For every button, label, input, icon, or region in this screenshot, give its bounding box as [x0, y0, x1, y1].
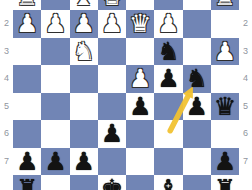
black-knight-icon[interactable]: ♞: [183, 65, 211, 93]
square-h8[interactable]: ♜: [13, 175, 41, 190]
chess-board: ♜♝♚♜♟♟♟♟♛♟♞♞♟♟♟♞♟♟♛♟♟♟♟♟♜♚♝♜: [13, 0, 239, 190]
square-a8[interactable]: ♜: [211, 175, 239, 190]
square-e2[interactable]: ♟: [98, 10, 126, 38]
square-a6[interactable]: [211, 120, 239, 148]
square-a1[interactable]: ♜: [211, 0, 239, 10]
white-queen-icon[interactable]: ♛: [126, 10, 154, 38]
white-knight-icon[interactable]: ♞: [70, 38, 98, 66]
square-d4[interactable]: ♟: [126, 65, 154, 93]
square-g4[interactable]: [41, 65, 69, 93]
square-d2[interactable]: ♛: [126, 10, 154, 38]
square-f8[interactable]: [70, 175, 98, 190]
square-e5[interactable]: [98, 93, 126, 121]
black-knight-icon[interactable]: ♞: [154, 38, 182, 66]
white-pawn-icon[interactable]: ♟: [154, 10, 182, 38]
square-g2[interactable]: ♟: [41, 10, 69, 38]
black-pawn-icon[interactable]: ♟: [41, 148, 69, 176]
square-g8[interactable]: [41, 175, 69, 190]
black-pawn-icon[interactable]: ♟: [126, 93, 154, 121]
square-b7[interactable]: [183, 148, 211, 176]
square-g6[interactable]: [41, 120, 69, 148]
rank-label-right-4: 4: [239, 73, 252, 84]
white-pawn-icon[interactable]: ♟: [70, 10, 98, 38]
rank-label-left-5: 5: [0, 101, 13, 112]
rank-label-right-6: 6: [239, 128, 252, 139]
square-c7[interactable]: [154, 148, 182, 176]
black-pawn-icon[interactable]: ♟: [98, 120, 126, 148]
square-f3[interactable]: ♞: [70, 38, 98, 66]
white-rook-icon[interactable]: ♜: [211, 0, 239, 10]
square-h7[interactable]: ♟: [13, 148, 41, 176]
square-b6[interactable]: [183, 120, 211, 148]
black-pawn-icon[interactable]: ♟: [154, 65, 182, 93]
black-pawn-icon[interactable]: ♟: [13, 148, 41, 176]
square-e4[interactable]: [98, 65, 126, 93]
black-pawn-icon[interactable]: ♟: [211, 148, 239, 176]
white-pawn-icon[interactable]: ♟: [126, 65, 154, 93]
rank-label-left-2: 2: [0, 18, 13, 29]
square-d3[interactable]: [126, 38, 154, 66]
rank-label-left-3: 3: [0, 46, 13, 57]
square-a7[interactable]: ♟: [211, 148, 239, 176]
rank-label-right-3: 3: [239, 46, 252, 57]
square-d7[interactable]: [126, 148, 154, 176]
square-c4[interactable]: ♟: [154, 65, 182, 93]
black-bishop-icon[interactable]: ♝: [154, 175, 182, 190]
square-e7[interactable]: [98, 148, 126, 176]
chess-board-screenshot: ♜♝♚♜♟♟♟♟♛♟♞♞♟♟♟♞♟♟♛♟♟♟♟♟♜♚♝♜ 22334455667…: [0, 0, 252, 190]
rank-label-right-2: 2: [239, 18, 252, 29]
white-pawn-icon[interactable]: ♟: [98, 10, 126, 38]
square-c6[interactable]: [154, 120, 182, 148]
square-f4[interactable]: [70, 65, 98, 93]
square-c3[interactable]: ♞: [154, 38, 182, 66]
square-f7[interactable]: ♟: [70, 148, 98, 176]
square-d8[interactable]: [126, 175, 154, 190]
black-pawn-icon[interactable]: ♟: [70, 148, 98, 176]
black-king-icon[interactable]: ♚: [98, 175, 126, 190]
square-c2[interactable]: ♟: [154, 10, 182, 38]
square-c8[interactable]: ♝: [154, 175, 182, 190]
square-g7[interactable]: ♟: [41, 148, 69, 176]
rank-label-left-6: 6: [0, 128, 13, 139]
square-g5[interactable]: [41, 93, 69, 121]
white-pawn-icon[interactable]: ♟: [211, 38, 239, 66]
square-f6[interactable]: [70, 120, 98, 148]
square-h6[interactable]: [13, 120, 41, 148]
rank-label-left-4: 4: [0, 73, 13, 84]
square-h2[interactable]: ♟: [13, 10, 41, 38]
square-f5[interactable]: [70, 93, 98, 121]
square-b2[interactable]: [183, 10, 211, 38]
rank-label-right-5: 5: [239, 101, 252, 112]
square-h5[interactable]: [13, 93, 41, 121]
square-h4[interactable]: [13, 65, 41, 93]
square-a4[interactable]: [211, 65, 239, 93]
square-c5[interactable]: [154, 93, 182, 121]
square-a3[interactable]: ♟: [211, 38, 239, 66]
white-pawn-icon[interactable]: ♟: [41, 10, 69, 38]
white-pawn-icon[interactable]: ♟: [13, 10, 41, 38]
square-e6[interactable]: ♟: [98, 120, 126, 148]
rank-label-right-7: 7: [239, 156, 252, 167]
square-a5[interactable]: ♛: [211, 93, 239, 121]
square-b5[interactable]: ♟: [183, 93, 211, 121]
square-d6[interactable]: [126, 120, 154, 148]
square-b1[interactable]: [183, 0, 211, 10]
black-rook-icon[interactable]: ♜: [13, 175, 41, 190]
black-pawn-icon[interactable]: ♟: [183, 93, 211, 121]
square-g3[interactable]: [41, 38, 69, 66]
square-f2[interactable]: ♟: [70, 10, 98, 38]
square-h3[interactable]: [13, 38, 41, 66]
square-d5[interactable]: ♟: [126, 93, 154, 121]
black-rook-icon[interactable]: ♜: [211, 175, 239, 190]
black-queen-icon[interactable]: ♛: [211, 93, 239, 121]
square-a2[interactable]: [211, 10, 239, 38]
square-b4[interactable]: ♞: [183, 65, 211, 93]
square-e3[interactable]: [98, 38, 126, 66]
rank-label-left-7: 7: [0, 156, 13, 167]
square-b3[interactable]: [183, 38, 211, 66]
square-b8[interactable]: [183, 175, 211, 190]
square-e8[interactable]: ♚: [98, 175, 126, 190]
